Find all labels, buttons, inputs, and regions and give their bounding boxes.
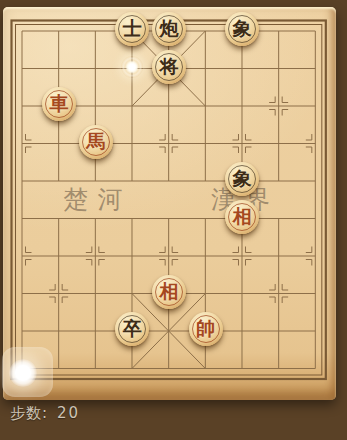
piece-red-相[interactable]: 相 <box>152 275 186 309</box>
assistive-touch-button[interactable] <box>2 347 53 397</box>
piece-black-士[interactable]: 士 <box>115 12 149 46</box>
piece-black-象[interactable]: 象 <box>225 162 259 196</box>
pieces-layer: 士炮象将車馬象相相卒帥 <box>4 12 334 387</box>
piece-black-炮[interactable]: 炮 <box>152 12 186 46</box>
piece-glyph: 士 <box>123 19 142 38</box>
piece-glyph: 馬 <box>86 132 105 151</box>
piece-glyph: 相 <box>233 207 252 226</box>
piece-red-帥[interactable]: 帥 <box>189 312 223 346</box>
move-counter-value: 20 <box>57 404 80 422</box>
piece-red-車[interactable]: 車 <box>42 87 76 121</box>
assistive-touch-circle-icon <box>9 359 37 387</box>
piece-red-相[interactable]: 相 <box>225 200 259 234</box>
move-counter-label: 步数: <box>10 404 48 422</box>
move-counter: 步数:20 <box>10 404 80 423</box>
piece-red-馬[interactable]: 馬 <box>79 125 113 159</box>
piece-glyph: 炮 <box>159 19 178 38</box>
piece-glyph: 帥 <box>196 319 215 338</box>
piece-glyph: 相 <box>159 282 178 301</box>
piece-black-象[interactable]: 象 <box>225 12 259 46</box>
piece-glyph: 車 <box>49 94 68 113</box>
piece-black-将[interactable]: 将 <box>152 50 186 84</box>
piece-glyph: 象 <box>233 19 252 38</box>
game-screen: 楚河漢界 士炮象将車馬象相相卒帥 步数:20 <box>0 0 347 440</box>
piece-glyph: 象 <box>233 169 252 188</box>
move-hint-sparkle-icon <box>121 56 143 78</box>
piece-glyph: 卒 <box>123 319 142 338</box>
xiangqi-board[interactable]: 楚河漢界 士炮象将車馬象相相卒帥 <box>3 7 336 400</box>
piece-glyph: 将 <box>159 57 178 76</box>
piece-black-卒[interactable]: 卒 <box>115 312 149 346</box>
